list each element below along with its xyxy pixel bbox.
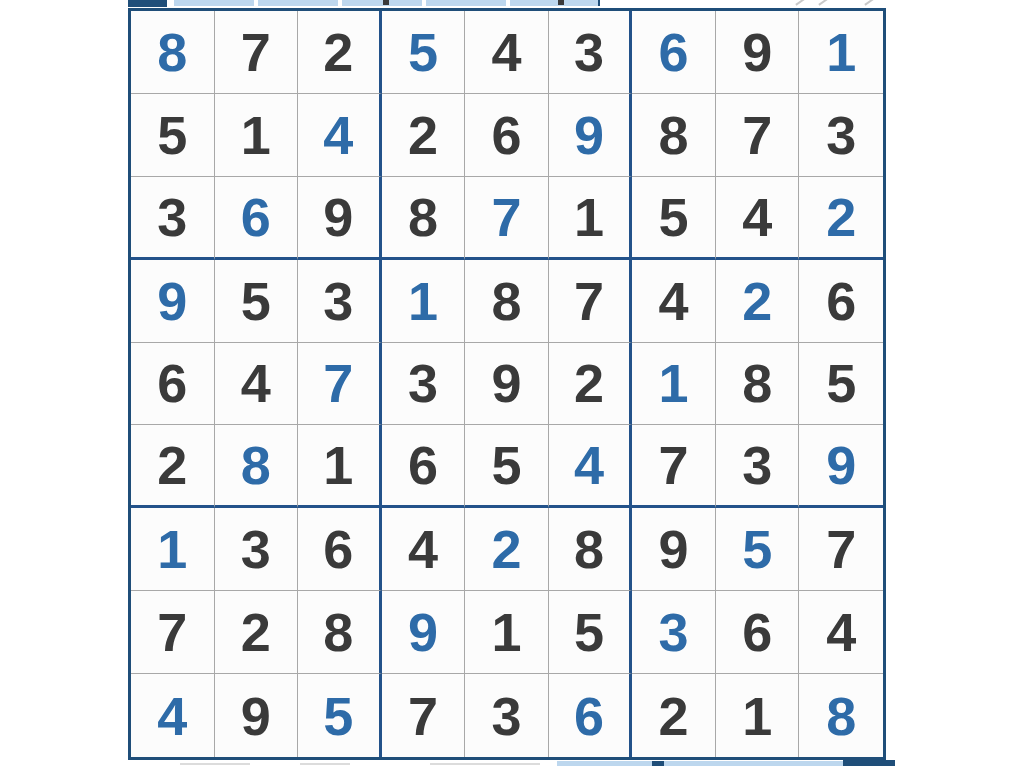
bottom-strip-highlight-segment: [557, 761, 843, 766]
cell-r9c3[interactable]: 5: [298, 674, 382, 757]
cell-r3c5[interactable]: 7: [465, 177, 549, 260]
cell-r8c7[interactable]: 3: [632, 591, 716, 674]
cell-r1c8[interactable]: 9: [716, 11, 800, 94]
cell-r9c1[interactable]: 4: [131, 674, 215, 757]
cell-r8c3[interactable]: 8: [298, 591, 382, 674]
cell-r7c3[interactable]: 6: [298, 508, 382, 591]
cell-r5c5[interactable]: 9: [465, 343, 549, 426]
cell-r6c5[interactable]: 5: [465, 425, 549, 508]
bottom-strip-faint-mark: [430, 763, 540, 765]
cell-r1c3[interactable]: 2: [298, 11, 382, 94]
sudoku-board: 8725436915142698733698715429531874266473…: [128, 8, 886, 760]
top-strip-highlight-segment: [510, 0, 600, 6]
top-strip-glyph-fragment: [383, 0, 389, 5]
top-strip-navy-segment: [128, 0, 167, 7]
cell-r5c8[interactable]: 8: [716, 343, 800, 426]
cell-r4c2[interactable]: 5: [215, 260, 299, 343]
bottom-strip-faint-mark: [300, 763, 350, 765]
cell-r3c7[interactable]: 5: [632, 177, 716, 260]
cell-r9c9[interactable]: 8: [799, 674, 883, 757]
cell-r8c4[interactable]: 9: [382, 591, 466, 674]
cell-r4c6[interactable]: 7: [549, 260, 633, 343]
cell-r1c9[interactable]: 1: [799, 11, 883, 94]
cell-r2c2[interactable]: 1: [215, 94, 299, 177]
cell-r7c2[interactable]: 3: [215, 508, 299, 591]
cell-r2c7[interactable]: 8: [632, 94, 716, 177]
cell-r1c4[interactable]: 5: [382, 11, 466, 94]
cell-r9c2[interactable]: 9: [215, 674, 299, 757]
cell-r1c7[interactable]: 6: [632, 11, 716, 94]
cell-r2c3[interactable]: 4: [298, 94, 382, 177]
top-strip-highlight-segment: [174, 0, 254, 6]
cell-r4c1[interactable]: 9: [131, 260, 215, 343]
cell-r8c2[interactable]: 2: [215, 591, 299, 674]
cell-r6c1[interactable]: 2: [131, 425, 215, 508]
cell-r7c5[interactable]: 2: [465, 508, 549, 591]
cell-r9c7[interactable]: 2: [632, 674, 716, 757]
cell-r2c9[interactable]: 3: [799, 94, 883, 177]
cell-r7c4[interactable]: 4: [382, 508, 466, 591]
cell-r5c2[interactable]: 4: [215, 343, 299, 426]
cell-r4c7[interactable]: 4: [632, 260, 716, 343]
cell-r8c9[interactable]: 4: [799, 591, 883, 674]
cell-r4c3[interactable]: 3: [298, 260, 382, 343]
cell-r8c1[interactable]: 7: [131, 591, 215, 674]
bottom-strip-faint-mark: [180, 763, 250, 765]
cell-r6c8[interactable]: 3: [716, 425, 800, 508]
cell-r9c8[interactable]: 1: [716, 674, 800, 757]
cell-r2c6[interactable]: 9: [549, 94, 633, 177]
cell-r9c5[interactable]: 3: [465, 674, 549, 757]
cell-r1c5[interactable]: 4: [465, 11, 549, 94]
cell-r5c6[interactable]: 2: [549, 343, 633, 426]
cell-r5c1[interactable]: 6: [131, 343, 215, 426]
cell-r3c8[interactable]: 4: [716, 177, 800, 260]
cell-r8c5[interactable]: 1: [465, 591, 549, 674]
cell-r5c9[interactable]: 5: [799, 343, 883, 426]
cell-r7c7[interactable]: 9: [632, 508, 716, 591]
top-strip-glyph-fragment: [558, 0, 564, 5]
cell-r9c6[interactable]: 6: [549, 674, 633, 757]
cell-r7c1[interactable]: 1: [131, 508, 215, 591]
cell-r7c9[interactable]: 7: [799, 508, 883, 591]
cell-r3c1[interactable]: 3: [131, 177, 215, 260]
cell-r5c3[interactable]: 7: [298, 343, 382, 426]
top-strip-faint-mark: [864, 0, 873, 6]
cell-r4c4[interactable]: 1: [382, 260, 466, 343]
cell-r2c8[interactable]: 7: [716, 94, 800, 177]
top-strip-highlight-segment: [342, 0, 422, 6]
cell-r6c7[interactable]: 7: [632, 425, 716, 508]
top-strip-highlight-segment: [258, 0, 338, 6]
cell-r2c4[interactable]: 2: [382, 94, 466, 177]
cell-r9c4[interactable]: 7: [382, 674, 466, 757]
cell-r4c8[interactable]: 2: [716, 260, 800, 343]
cell-r7c8[interactable]: 5: [716, 508, 800, 591]
cell-r3c9[interactable]: 2: [799, 177, 883, 260]
sudoku-page: 8725436915142698733698715429531874266473…: [0, 0, 1024, 768]
cell-r3c2[interactable]: 6: [215, 177, 299, 260]
cell-r1c2[interactable]: 7: [215, 11, 299, 94]
top-strip-faint-mark: [818, 0, 827, 6]
top-strip-highlight-segment: [426, 0, 506, 6]
cell-r8c8[interactable]: 6: [716, 591, 800, 674]
cell-r6c9[interactable]: 9: [799, 425, 883, 508]
cell-r6c3[interactable]: 1: [298, 425, 382, 508]
cell-r5c7[interactable]: 1: [632, 343, 716, 426]
cell-r1c1[interactable]: 8: [131, 11, 215, 94]
bottom-strip-glyph-fragment: [652, 761, 664, 766]
cell-r4c5[interactable]: 8: [465, 260, 549, 343]
cell-r5c4[interactable]: 3: [382, 343, 466, 426]
top-strip-faint-mark: [795, 0, 804, 6]
cell-r6c2[interactable]: 8: [215, 425, 299, 508]
bottom-strip-navy-segment: [843, 760, 895, 766]
cell-r7c6[interactable]: 8: [549, 508, 633, 591]
cell-r6c4[interactable]: 6: [382, 425, 466, 508]
cell-r2c1[interactable]: 5: [131, 94, 215, 177]
cell-r3c6[interactable]: 1: [549, 177, 633, 260]
cell-r2c5[interactable]: 6: [465, 94, 549, 177]
cell-r6c6[interactable]: 4: [549, 425, 633, 508]
cell-r1c6[interactable]: 3: [549, 11, 633, 94]
cell-r8c6[interactable]: 5: [549, 591, 633, 674]
cell-r3c3[interactable]: 9: [298, 177, 382, 260]
cell-r3c4[interactable]: 8: [382, 177, 466, 260]
cell-r4c9[interactable]: 6: [799, 260, 883, 343]
